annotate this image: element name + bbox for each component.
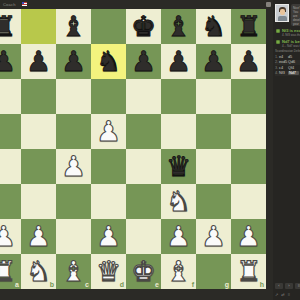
square-b2[interactable]: ♟	[21, 219, 56, 254]
move-white[interactable]: exd5	[279, 60, 288, 64]
square-d4[interactable]	[91, 149, 126, 184]
piece-white-pawn-d2[interactable]: ♟	[91, 219, 126, 254]
square-h2[interactable]: ♟	[231, 219, 266, 254]
move-feedback-black[interactable]: Nd7 is best 4... Nd7 was the best move	[275, 39, 300, 49]
square-a7[interactable]: ♟	[0, 44, 21, 79]
square-e5[interactable]	[126, 114, 161, 149]
piece-black-pawn-b7[interactable]: ♟	[21, 44, 56, 79]
feedback-subtitle: 4... Nd7 was the best move	[282, 44, 300, 48]
square-a5[interactable]	[0, 114, 21, 149]
square-d1[interactable]: ♛d	[91, 254, 126, 289]
square-a8[interactable]: ♜	[0, 9, 21, 44]
square-b4[interactable]	[21, 149, 56, 184]
piece-black-bishop-f8[interactable]: ♝	[161, 9, 196, 44]
move-white[interactable]: e4	[279, 55, 288, 59]
share-icon[interactable]: ↗	[275, 292, 278, 297]
square-g4[interactable]	[196, 149, 231, 184]
piece-black-knight-d7[interactable]: ♞	[91, 44, 126, 79]
piece-black-pawn-f7[interactable]: ♟	[161, 44, 196, 79]
flag-icon	[22, 2, 27, 6]
sidebar: Nice! You are developing your pieces and…	[273, 0, 300, 300]
feedback-dot-icon	[276, 40, 280, 44]
square-g5[interactable]	[196, 114, 231, 149]
square-h3[interactable]	[231, 184, 266, 219]
square-a1[interactable]: ♜a	[0, 254, 21, 289]
square-h8[interactable]: ♜	[231, 9, 266, 44]
coach-speech-bubble: Nice! You are developing your pieces and…	[291, 4, 300, 26]
square-f2[interactable]: ♟	[161, 219, 196, 254]
piece-white-knight-f3[interactable]: ♞	[161, 184, 196, 219]
footer-icons: ↗⇄≡	[275, 292, 290, 297]
square-f3[interactable]: ♞	[161, 184, 196, 219]
move-list: 1.e4d52.exd5Qd63.c4Qf44.Nf3Nd7	[275, 54, 300, 76]
piece-black-knight-g8[interactable]: ♞	[196, 9, 231, 44]
square-e8[interactable]: ♚	[126, 9, 161, 44]
avatar-face	[280, 9, 285, 15]
square-a6[interactable]	[0, 79, 21, 114]
square-e4[interactable]	[126, 149, 161, 184]
square-d2[interactable]: ♟	[91, 219, 126, 254]
square-f6[interactable]	[161, 79, 196, 114]
bottom-strip	[0, 289, 273, 300]
file-label-h: h	[260, 281, 264, 288]
piece-black-rook-a8[interactable]: ♜	[0, 9, 21, 44]
piece-black-queen-f4[interactable]: ♛	[161, 149, 196, 184]
square-c4[interactable]: ♟	[56, 149, 91, 184]
move-black[interactable]: Qf4	[288, 66, 297, 70]
square-d6[interactable]	[91, 79, 126, 114]
square-d7[interactable]: ♞	[91, 44, 126, 79]
file-label-f: f	[192, 281, 194, 288]
square-a3[interactable]	[0, 184, 21, 219]
move-row-3: 3.c4Qf4	[275, 65, 300, 71]
piece-black-pawn-h7[interactable]: ♟	[231, 44, 266, 79]
top-bar: Coach	[0, 0, 273, 9]
piece-black-pawn-a7[interactable]: ♟	[0, 44, 21, 79]
square-c5[interactable]	[56, 114, 91, 149]
piece-white-pawn-c4[interactable]: ♟	[56, 149, 91, 184]
square-f1[interactable]: ♝f	[161, 254, 196, 289]
square-f4[interactable]: ♛	[161, 149, 196, 184]
square-f5[interactable]	[161, 114, 196, 149]
square-h7[interactable]: ♟	[231, 44, 266, 79]
piece-white-pawn-b2[interactable]: ♟	[21, 219, 56, 254]
square-g6[interactable]	[196, 79, 231, 114]
piece-black-pawn-g7[interactable]: ♟	[196, 44, 231, 79]
coach-avatar	[275, 4, 289, 22]
square-e2[interactable]	[126, 219, 161, 254]
square-b1[interactable]: ♞b	[21, 254, 56, 289]
file-label-g: g	[225, 281, 229, 288]
file-label-c: c	[85, 281, 89, 288]
square-c8[interactable]: ♝	[56, 9, 91, 44]
move-black[interactable]: Qd6	[288, 60, 297, 64]
piece-white-pawn-a2[interactable]: ♟	[0, 219, 21, 254]
piece-black-rook-h8[interactable]: ♜	[231, 9, 266, 44]
square-c1[interactable]: ♝c	[56, 254, 91, 289]
file-label-e: e	[155, 281, 159, 288]
move-row-4: 4.Nf3Nd7	[275, 71, 300, 77]
menu-button[interactable]: ≡	[295, 283, 300, 289]
square-d3[interactable]	[91, 184, 126, 219]
move-white[interactable]: c4	[279, 66, 288, 70]
square-g7[interactable]: ♟	[196, 44, 231, 79]
square-d5[interactable]: ♟	[91, 114, 126, 149]
square-b8[interactable]	[21, 9, 56, 44]
piece-white-pawn-d5[interactable]: ♟	[91, 114, 126, 149]
game-controls: ‹ › ≡	[275, 283, 300, 289]
square-h1[interactable]: ♜h	[231, 254, 266, 289]
piece-black-king-e8[interactable]: ♚	[126, 9, 161, 44]
avatar-torso	[278, 16, 287, 22]
chess-board: ♜♝♚♝♞♜♟♟♟♞♟♟♟♟♟♟♛♞♟♟♟♟♟♟♜a♞b♝c♛d♚e♝fg♜h	[0, 9, 266, 289]
file-label-d: d	[120, 281, 124, 288]
square-g2[interactable]: ♟	[196, 219, 231, 254]
piece-black-pawn-c7[interactable]: ♟	[56, 44, 91, 79]
move-row-2: 2.exd5Qd6	[275, 60, 300, 66]
square-h6[interactable]	[231, 79, 266, 114]
square-c6[interactable]	[56, 79, 91, 114]
flip-board-icon[interactable]: ⇄	[281, 292, 284, 297]
move-black[interactable]: Nd7	[288, 71, 299, 75]
settings-gear-icon[interactable]	[266, 2, 271, 7]
piece-white-pawn-h2[interactable]: ♟	[231, 219, 266, 254]
piece-white-pawn-g2[interactable]: ♟	[196, 219, 231, 254]
piece-black-pawn-e7[interactable]: ♟	[126, 44, 161, 79]
square-b3[interactable]	[21, 184, 56, 219]
square-a2[interactable]: ♟	[0, 219, 21, 254]
piece-black-bishop-c8[interactable]: ♝	[56, 9, 91, 44]
square-c7[interactable]: ♟	[56, 44, 91, 79]
square-e3[interactable]	[126, 184, 161, 219]
square-f7[interactable]: ♟	[161, 44, 196, 79]
square-h4[interactable]	[231, 149, 266, 184]
move-black[interactable]: d5	[288, 55, 297, 59]
window-title: Coach	[3, 2, 16, 7]
square-g3[interactable]	[196, 184, 231, 219]
opening-name: Scandinavian Defense	[275, 49, 300, 53]
square-b5[interactable]	[21, 114, 56, 149]
piece-white-pawn-f2[interactable]: ♟	[161, 219, 196, 254]
back-button[interactable]: ‹	[275, 283, 283, 289]
square-b6[interactable]	[21, 79, 56, 114]
square-h5[interactable]	[231, 114, 266, 149]
square-c3[interactable]	[56, 184, 91, 219]
feedback-dot-icon	[276, 29, 280, 33]
menu-icon[interactable]: ≡	[288, 292, 290, 297]
square-b7[interactable]: ♟	[21, 44, 56, 79]
feedback-subtitle: 4. Nf3 was the best move	[282, 33, 300, 37]
square-g8[interactable]: ♞	[196, 9, 231, 44]
move-white[interactable]: Nf3	[279, 71, 288, 75]
square-d8[interactable]	[91, 9, 126, 44]
file-label-b: b	[50, 281, 54, 288]
square-c2[interactable]	[56, 219, 91, 254]
file-label-a: a	[15, 281, 19, 288]
square-e1[interactable]: ♚e	[126, 254, 161, 289]
move-row-1: 1.e4d5	[275, 54, 300, 60]
forward-button[interactable]: ›	[285, 283, 293, 289]
square-e6[interactable]	[126, 79, 161, 114]
square-e7[interactable]: ♟	[126, 44, 161, 79]
move-feedback-white[interactable]: Nf3 is excellent 4. Nf3 was the best mov…	[275, 28, 300, 38]
square-f8[interactable]: ♝	[161, 9, 196, 44]
square-a4[interactable]	[0, 149, 21, 184]
square-g1[interactable]: g	[196, 254, 231, 289]
